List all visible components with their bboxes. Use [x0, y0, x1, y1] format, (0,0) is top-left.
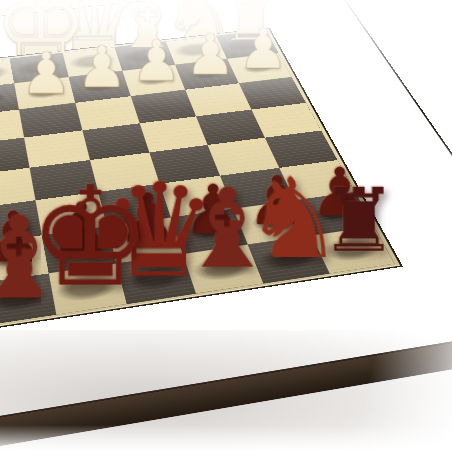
- piece-white-pawn: ♟: [185, 29, 235, 82]
- piece-white-pawn: ♟: [238, 23, 288, 76]
- square-r7c2: ♝: [0, 273, 56, 325]
- chess-set-photo: ♜♞♝♚♛♝♞♜♟♟♟♟♟♟♟♟♟♟♟♟♟♟♟♟♜♞♝♚♛♝♞♜: [0, 0, 452, 452]
- square-r3c6: [196, 110, 265, 145]
- piece-white-pawn: ♟: [131, 35, 182, 89]
- piece-red-bishop: ♝: [0, 205, 70, 313]
- square-r2c3: [19, 103, 82, 138]
- board-grid: ♜♞♝♚♛♝♞♜♟♟♟♟♟♟♟♟♟♟♟♟♟♟♟♟♜♞♝♚♛♝♞♜: [0, 28, 400, 351]
- piece-white-pawn: ♟: [0, 53, 16, 108]
- piece-white-pawn: ♟: [76, 41, 127, 95]
- square-r1c6: ♟: [175, 59, 239, 90]
- square-r1c4: ♟: [69, 71, 131, 103]
- piece-white-pawn: ♟: [20, 47, 72, 102]
- square-r1c3: ♟: [14, 77, 75, 109]
